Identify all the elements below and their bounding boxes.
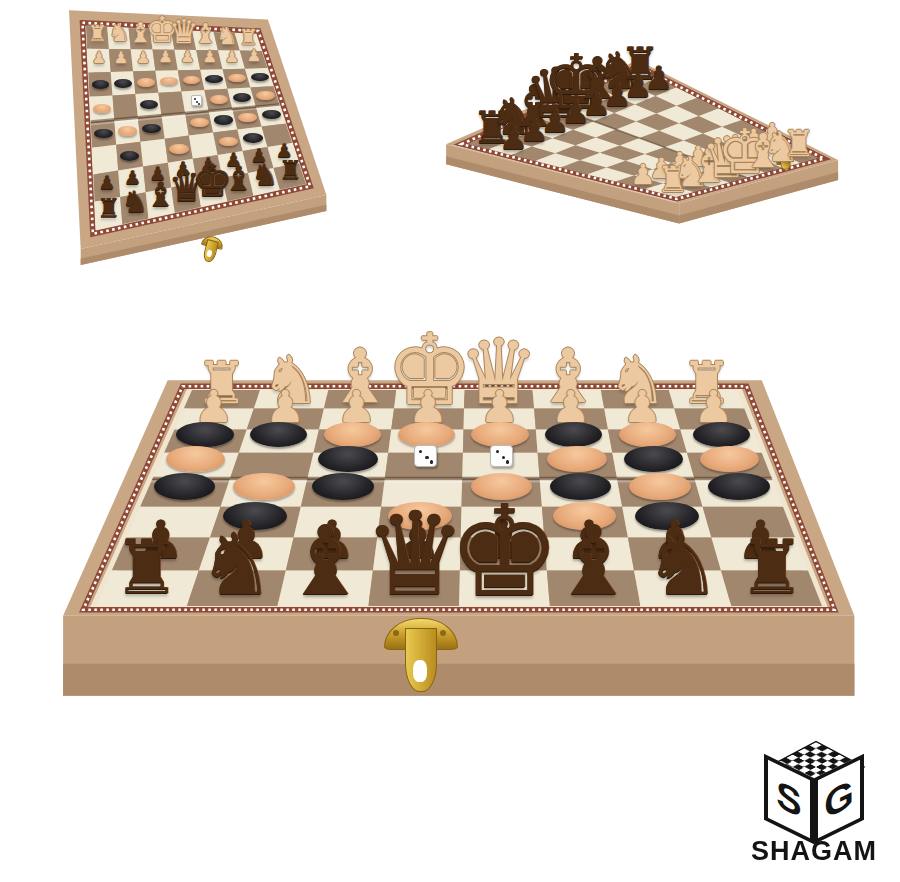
board-square	[721, 571, 822, 607]
board-square	[239, 429, 319, 452]
board-square	[140, 139, 168, 167]
board-square	[171, 30, 196, 50]
board-square	[218, 151, 248, 178]
clasp-hole	[413, 660, 427, 682]
board-square	[536, 429, 613, 452]
product-photo-scene: ♜♞♝♚♛♝♞♜♟♟♟♟♟♟♟♟♟♟♟♟♟♟♟♟♜♞♝♛♚♝♞♜♜♞♝♛♚♝♞♜…	[0, 0, 900, 882]
board-square	[116, 142, 143, 171]
board-square	[118, 167, 146, 197]
board-square	[377, 507, 461, 538]
board-square	[135, 93, 161, 118]
board-square	[199, 537, 294, 570]
board-square	[88, 72, 112, 97]
board-square	[221, 479, 308, 507]
board-square	[687, 453, 772, 479]
board-square	[324, 390, 397, 409]
board-square	[164, 429, 247, 452]
board-square	[178, 70, 205, 92]
board-square	[189, 133, 218, 159]
hinge-line	[152, 477, 773, 481]
die-pip	[430, 460, 433, 463]
die-pip	[419, 450, 422, 453]
board-square	[153, 50, 178, 71]
board-square	[669, 390, 744, 409]
die-pip	[425, 456, 428, 459]
board-square	[294, 507, 382, 538]
hinge-highlight	[151, 480, 774, 482]
board-square	[612, 453, 694, 479]
die-pip	[194, 98, 196, 100]
board-square	[542, 507, 628, 538]
clasp-screw	[393, 630, 399, 636]
board-square	[534, 409, 608, 430]
white-die	[490, 445, 513, 468]
board-square	[111, 71, 136, 95]
board-square	[87, 49, 111, 73]
board-square	[703, 507, 795, 538]
board-square	[143, 163, 171, 193]
board-square	[464, 390, 534, 409]
white-die	[191, 95, 202, 106]
board-square	[680, 429, 761, 452]
board-square	[112, 537, 210, 570]
white-die	[414, 445, 437, 468]
board-square	[129, 28, 153, 50]
board-square	[158, 91, 185, 115]
die-pip	[502, 456, 505, 459]
board-square	[694, 479, 783, 507]
box-side-panel-shade	[63, 664, 854, 696]
board-square	[319, 409, 394, 430]
board-square	[247, 409, 324, 430]
board-square	[213, 130, 243, 155]
board-square	[381, 479, 462, 507]
board-square	[96, 571, 199, 607]
board-square	[90, 95, 115, 122]
board-square	[540, 479, 623, 507]
board-square	[286, 537, 377, 570]
die-pip	[496, 450, 499, 453]
board-square	[133, 71, 158, 94]
board-square	[230, 453, 314, 479]
board-square	[165, 136, 193, 163]
board-square	[314, 429, 392, 452]
board-square	[617, 479, 703, 507]
board-square	[109, 49, 133, 72]
board-square	[204, 89, 232, 111]
board-square	[544, 537, 634, 570]
board-square	[95, 197, 123, 230]
board-square	[711, 537, 808, 570]
board-square	[200, 69, 227, 90]
die-pip	[198, 103, 200, 105]
board-square	[634, 571, 731, 607]
board-square	[394, 390, 465, 409]
board-square	[461, 507, 545, 538]
board-square	[368, 571, 460, 607]
board-square	[278, 571, 373, 607]
board-square	[254, 390, 328, 409]
die-pip	[506, 460, 509, 463]
clasp-screw	[440, 630, 446, 636]
board-square	[373, 537, 461, 570]
board-square	[92, 145, 118, 175]
board-square	[538, 453, 617, 479]
board-square	[533, 390, 605, 409]
board-square	[155, 70, 181, 92]
board-square	[459, 571, 550, 607]
board-square	[210, 507, 301, 538]
board-square	[464, 409, 536, 430]
board-square	[622, 507, 711, 538]
board-square	[604, 409, 680, 430]
board-square	[168, 159, 197, 188]
board-square	[153, 453, 239, 479]
board-square	[107, 27, 130, 49]
board-square	[196, 50, 222, 70]
brass-clasp-main	[384, 616, 456, 702]
board-square	[184, 390, 260, 409]
board-square	[301, 479, 385, 507]
board-square	[460, 537, 547, 570]
brand-name: SHAGAM	[728, 836, 900, 867]
board-square	[140, 479, 230, 507]
board-square	[608, 429, 687, 452]
board-square	[187, 571, 286, 607]
board-square	[674, 409, 752, 430]
board-square	[628, 537, 721, 570]
board-square	[86, 26, 109, 49]
board-square	[175, 409, 254, 430]
board-square	[174, 50, 200, 71]
shagam-logo: S G SHAGAM	[728, 728, 900, 873]
board-square	[391, 409, 464, 430]
board-square	[307, 453, 388, 479]
board-square	[93, 171, 120, 202]
board-square	[193, 155, 223, 183]
board-square	[131, 49, 156, 71]
board-square	[150, 29, 175, 50]
board-square	[601, 390, 674, 409]
board-square	[462, 479, 542, 507]
board-square	[113, 94, 138, 120]
board-square	[547, 571, 641, 607]
board-square	[127, 507, 221, 538]
